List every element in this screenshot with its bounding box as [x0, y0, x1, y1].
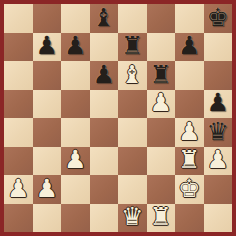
square-e5[interactable]	[118, 90, 147, 119]
square-c2[interactable]	[61, 175, 90, 204]
square-f4[interactable]	[147, 118, 176, 147]
square-d6[interactable]: ♟	[90, 61, 119, 90]
square-h7[interactable]	[204, 33, 233, 62]
square-d3[interactable]	[90, 147, 119, 176]
square-a7[interactable]	[4, 33, 33, 62]
piece-black-pawn[interactable]: ♟	[64, 33, 86, 58]
square-f3[interactable]	[147, 147, 176, 176]
piece-white-rook[interactable]: ♜	[178, 147, 200, 172]
square-e4[interactable]	[118, 118, 147, 147]
square-c3[interactable]: ♟	[61, 147, 90, 176]
piece-black-rook[interactable]: ♜	[121, 33, 143, 58]
square-c7[interactable]: ♟	[61, 33, 90, 62]
square-b2[interactable]: ♟	[33, 175, 62, 204]
square-h1[interactable]	[204, 204, 233, 233]
square-f8[interactable]	[147, 4, 176, 33]
square-d1[interactable]	[90, 204, 119, 233]
piece-black-pawn[interactable]: ♟	[36, 33, 58, 58]
square-h8[interactable]: ♚	[204, 4, 233, 33]
square-h3[interactable]: ♟	[204, 147, 233, 176]
square-g1[interactable]	[175, 204, 204, 233]
piece-black-bishop[interactable]: ♝	[93, 5, 115, 30]
square-c8[interactable]	[61, 4, 90, 33]
piece-black-rook[interactable]: ♜	[150, 62, 172, 87]
square-g4[interactable]: ♟	[175, 118, 204, 147]
piece-white-queen[interactable]: ♛	[121, 204, 143, 229]
piece-white-pawn[interactable]: ♟	[178, 119, 200, 144]
square-a8[interactable]	[4, 4, 33, 33]
square-b7[interactable]: ♟	[33, 33, 62, 62]
square-c4[interactable]	[61, 118, 90, 147]
piece-black-pawn[interactable]: ♟	[178, 33, 200, 58]
piece-white-pawn[interactable]: ♟	[207, 147, 229, 172]
square-h6[interactable]	[204, 61, 233, 90]
piece-white-rook[interactable]: ♜	[150, 204, 172, 229]
piece-white-pawn[interactable]: ♟	[7, 176, 29, 201]
square-d8[interactable]: ♝	[90, 4, 119, 33]
piece-black-king[interactable]: ♚	[207, 5, 229, 30]
square-c5[interactable]	[61, 90, 90, 119]
square-b4[interactable]	[33, 118, 62, 147]
square-b6[interactable]	[33, 61, 62, 90]
piece-white-bishop[interactable]: ♝	[121, 62, 143, 87]
piece-white-king[interactable]: ♚	[178, 176, 200, 201]
square-h5[interactable]: ♟	[204, 90, 233, 119]
chess-board: ♝♚♟♟♜♟♟♝♜♟♟♟♛♟♜♟♟♟♚♛♜	[4, 4, 232, 232]
square-e1[interactable]: ♛	[118, 204, 147, 233]
square-e7[interactable]: ♜	[118, 33, 147, 62]
square-h4[interactable]: ♛	[204, 118, 233, 147]
square-g5[interactable]	[175, 90, 204, 119]
square-a1[interactable]	[4, 204, 33, 233]
square-f6[interactable]: ♜	[147, 61, 176, 90]
piece-white-pawn[interactable]: ♟	[36, 176, 58, 201]
square-c6[interactable]	[61, 61, 90, 90]
square-e8[interactable]	[118, 4, 147, 33]
piece-black-queen[interactable]: ♛	[207, 119, 229, 144]
square-g3[interactable]: ♜	[175, 147, 204, 176]
square-f2[interactable]	[147, 175, 176, 204]
square-g8[interactable]	[175, 4, 204, 33]
square-a4[interactable]	[4, 118, 33, 147]
square-a3[interactable]	[4, 147, 33, 176]
square-d7[interactable]	[90, 33, 119, 62]
square-a6[interactable]	[4, 61, 33, 90]
square-d5[interactable]	[90, 90, 119, 119]
square-b5[interactable]	[33, 90, 62, 119]
piece-white-pawn[interactable]: ♟	[64, 147, 86, 172]
square-c1[interactable]	[61, 204, 90, 233]
square-g2[interactable]: ♚	[175, 175, 204, 204]
square-b1[interactable]	[33, 204, 62, 233]
square-e3[interactable]	[118, 147, 147, 176]
piece-black-pawn[interactable]: ♟	[93, 62, 115, 87]
square-d2[interactable]	[90, 175, 119, 204]
square-b3[interactable]	[33, 147, 62, 176]
square-d4[interactable]	[90, 118, 119, 147]
piece-white-pawn[interactable]: ♟	[150, 90, 172, 115]
square-e6[interactable]: ♝	[118, 61, 147, 90]
square-f5[interactable]: ♟	[147, 90, 176, 119]
board-frame: ♝♚♟♟♜♟♟♝♜♟♟♟♛♟♜♟♟♟♚♛♜	[0, 0, 236, 236]
square-a5[interactable]	[4, 90, 33, 119]
square-b8[interactable]	[33, 4, 62, 33]
square-a2[interactable]: ♟	[4, 175, 33, 204]
square-e2[interactable]	[118, 175, 147, 204]
square-f1[interactable]: ♜	[147, 204, 176, 233]
square-g7[interactable]: ♟	[175, 33, 204, 62]
square-g6[interactable]	[175, 61, 204, 90]
square-h2[interactable]	[204, 175, 233, 204]
piece-black-pawn[interactable]: ♟	[207, 90, 229, 115]
square-f7[interactable]	[147, 33, 176, 62]
